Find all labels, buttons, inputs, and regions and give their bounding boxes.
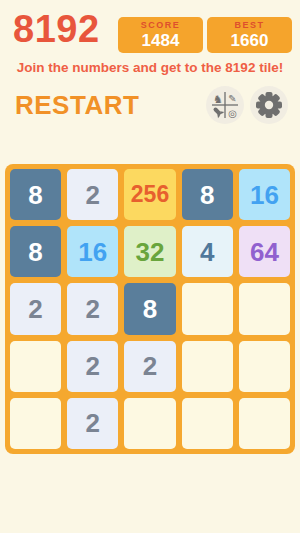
app: 8192 SCORE 1484 BEST 1660 Join the numbe… (0, 0, 300, 533)
tile-8: 8 (10, 169, 61, 220)
games-icon[interactable]: ♞ ✎ ◎ (206, 86, 244, 124)
score-badges: SCORE 1484 BEST 1660 (118, 17, 292, 53)
tile-empty (182, 341, 233, 392)
tile-2: 2 (124, 341, 175, 392)
tile-empty (182, 398, 233, 449)
tile-empty (10, 341, 61, 392)
tile-empty (239, 341, 290, 392)
tile-empty (124, 398, 175, 449)
tile-empty (10, 398, 61, 449)
tile-256: 256 (124, 169, 175, 220)
tile-8: 8 (182, 169, 233, 220)
tile-2: 2 (67, 398, 118, 449)
best-badge: BEST 1660 (207, 17, 292, 53)
tile-2: 2 (67, 283, 118, 334)
svg-text:◎: ◎ (228, 108, 237, 119)
score-value: 1484 (142, 31, 180, 50)
score-label: SCORE (141, 20, 181, 31)
tile-2: 2 (67, 341, 118, 392)
svg-text:✎: ✎ (228, 93, 236, 104)
tile-16: 16 (67, 226, 118, 277)
toolbar-icons: ♞ ✎ ◎ (206, 86, 288, 124)
header: 8192 SCORE 1484 BEST 1660 (0, 0, 300, 53)
app-title: 8192 (13, 6, 100, 52)
board[interactable]: 8225681681632464228222 (5, 164, 295, 454)
tile-64: 64 (239, 226, 290, 277)
score-badge: SCORE 1484 (118, 17, 203, 53)
tile-8: 8 (124, 283, 175, 334)
tile-2: 2 (10, 283, 61, 334)
svg-text:♞: ♞ (213, 93, 223, 106)
best-value: 1660 (231, 31, 269, 50)
tile-empty (239, 398, 290, 449)
goal-subtitle: Join the numbers and get to the 8192 til… (0, 60, 300, 75)
tile-4: 4 (182, 226, 233, 277)
settings-gear-icon[interactable] (250, 86, 288, 124)
tile-empty (239, 283, 290, 334)
toolbar: RESTART ♞ ✎ ◎ (0, 86, 300, 124)
tile-2: 2 (67, 169, 118, 220)
restart-button[interactable]: RESTART (15, 90, 139, 121)
best-label: BEST (234, 20, 264, 31)
tile-8: 8 (10, 226, 61, 277)
tile-16: 16 (239, 169, 290, 220)
tile-empty (182, 283, 233, 334)
tile-32: 32 (124, 226, 175, 277)
